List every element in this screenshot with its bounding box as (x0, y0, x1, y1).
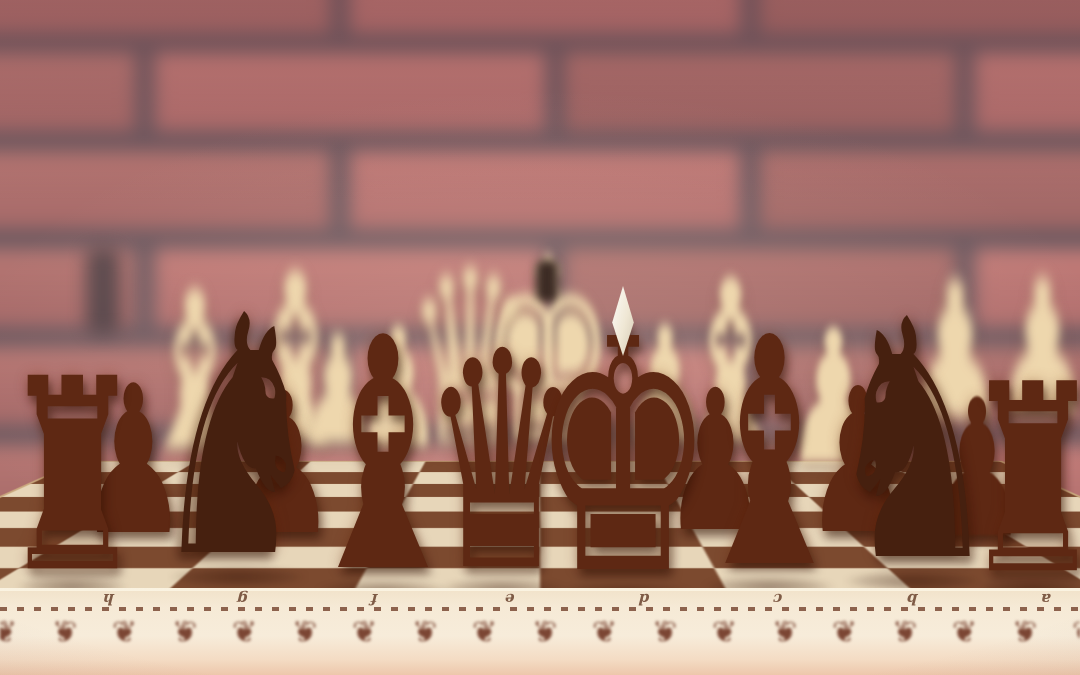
ornament-motif: ❦ (52, 614, 77, 649)
ornament-motif: ❦ (952, 614, 977, 649)
ornament-motif: ❦ (832, 614, 857, 649)
ornament-motif: ❦ (712, 614, 737, 649)
dark-rook: ♜ (0, 344, 152, 609)
ornament-motif: ❦ (472, 614, 497, 649)
dark-pieces-row: ♟♟♟♟♟♜♞♝♛♚♝♞♜ (0, 0, 1080, 675)
ornament-motif: ❦ (1072, 614, 1080, 649)
file-coordinates: hgfedcba (0, 590, 1080, 606)
chess-photo-scene: ♝♝♟♟♛♚♟♝♟♟♟ hgfedcba ❦❦❦❦❦❦❦❦❦❦❦❦❦❦❦❦❦❦❦… (0, 0, 1080, 675)
ornament-motif: ❦ (592, 614, 617, 649)
ornament-motif: ❦ (232, 614, 257, 649)
file-label-b: b (908, 590, 919, 608)
file-label-c: c (774, 590, 783, 608)
ornament-motif: ❦ (1012, 614, 1037, 649)
file-label-g: g (238, 590, 249, 608)
floral-marquetry-band: ❦❦❦❦❦❦❦❦❦❦❦❦❦❦❦❦❦❦❦ (0, 612, 1080, 652)
ornament-motif: ❦ (0, 614, 17, 649)
file-label-e: e (506, 590, 516, 608)
ornament-motif: ❦ (172, 614, 197, 649)
ornament-motif: ❦ (532, 614, 557, 649)
file-label-f: f (372, 590, 378, 608)
file-label-h: h (104, 590, 115, 608)
ornament-motif: ❦ (292, 614, 317, 649)
inlay-dotted-line (0, 607, 1080, 611)
dark-rook: ♜ (955, 350, 1080, 610)
ornament-motif: ❦ (772, 614, 797, 649)
ornament-motif: ❦ (412, 614, 437, 649)
board-front-edge: hgfedcba ❦❦❦❦❦❦❦❦❦❦❦❦❦❦❦❦❦❦❦ (0, 588, 1080, 675)
file-label-d: d (640, 590, 651, 608)
ornament-motif: ❦ (652, 614, 677, 649)
ornament-motif: ❦ (892, 614, 917, 649)
ornament-motif: ❦ (352, 614, 377, 649)
ornament-motif: ❦ (112, 614, 137, 649)
file-label-a: a (1042, 590, 1052, 608)
